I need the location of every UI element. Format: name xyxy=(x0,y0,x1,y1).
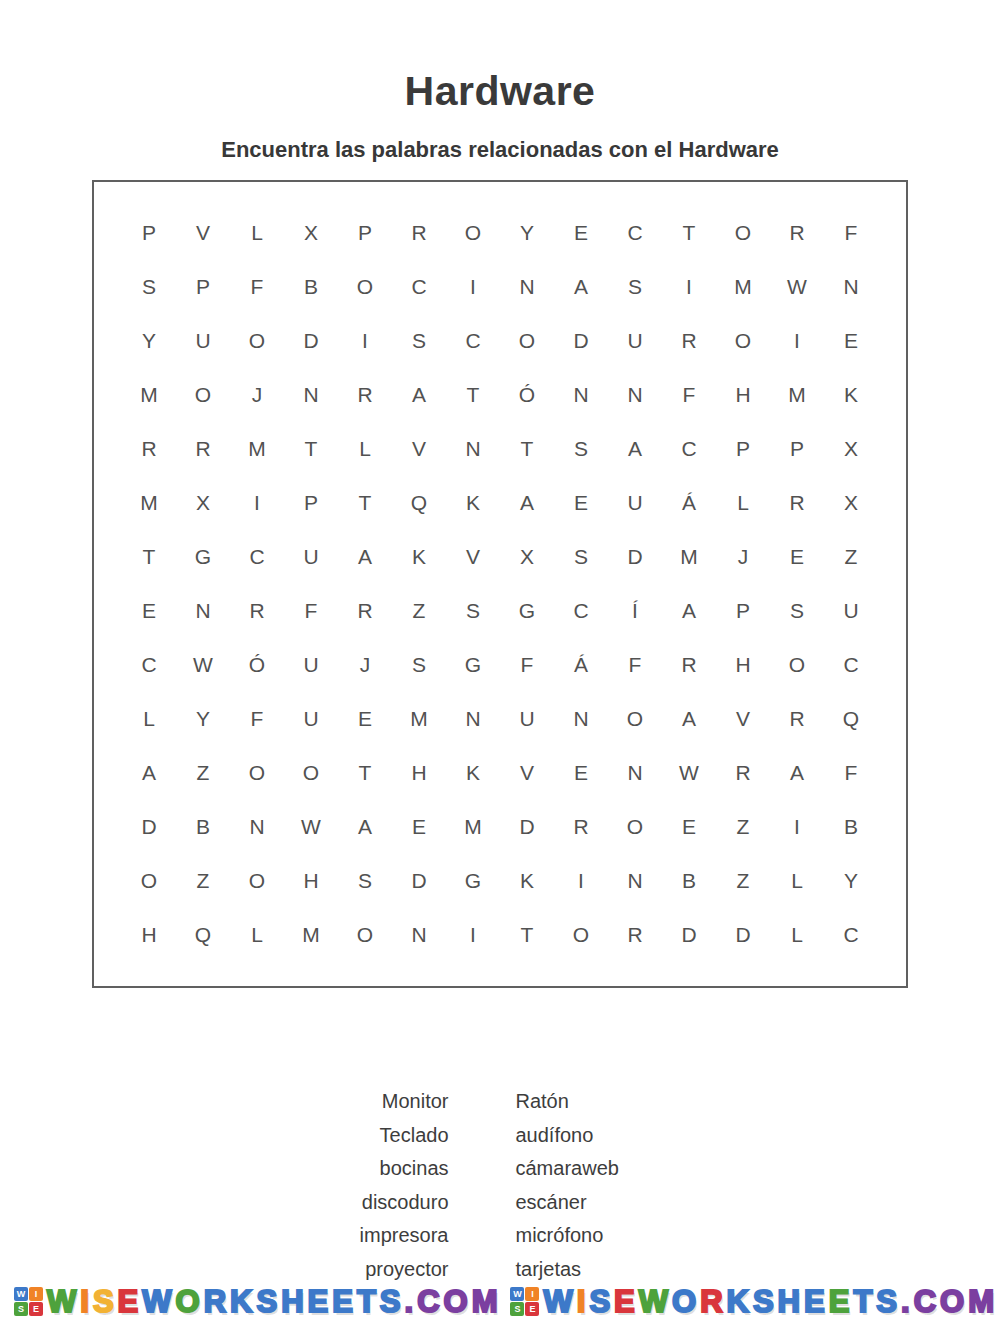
grid-cell-r6c11[interactable]: Á xyxy=(662,476,716,530)
grid-cell-r11c7[interactable]: K xyxy=(446,746,500,800)
logo-tile: W xyxy=(14,1287,28,1301)
grid-cell-r14c12[interactable]: D xyxy=(716,908,770,962)
grid-cell-r14c13[interactable]: L xyxy=(770,908,824,962)
logo-letter: O xyxy=(444,1285,472,1318)
logo-letter: R xyxy=(204,1285,230,1318)
grid-cell-r9c4[interactable]: U xyxy=(284,638,338,692)
grid-cell-r7c14[interactable]: Z xyxy=(824,530,878,584)
grid-cell-r7c9[interactable]: S xyxy=(554,530,608,584)
puzzle-subtitle: Encuentra las palabras relacionadas con … xyxy=(0,137,1000,163)
grid-cell-r6c1[interactable]: M xyxy=(122,476,176,530)
grid-cell-r10c13[interactable]: R xyxy=(770,692,824,746)
grid-cell-r3c3[interactable]: O xyxy=(230,314,284,368)
logo-letter: R xyxy=(700,1285,726,1318)
wiseworksheets-wordmark: WISEWORKSHEETS.COM xyxy=(543,1285,997,1318)
grid-cell-r8c14[interactable]: U xyxy=(824,584,878,638)
grid-cell-r5c3[interactable]: M xyxy=(230,422,284,476)
grid-cell-r4c1[interactable]: M xyxy=(122,368,176,422)
grid-cell-r9c1[interactable]: C xyxy=(122,638,176,692)
grid-cell-r8c13[interactable]: S xyxy=(770,584,824,638)
grid-cell-r2c6[interactable]: C xyxy=(392,260,446,314)
grid-cell-r6c7[interactable]: K xyxy=(446,476,500,530)
logo-letter: E xyxy=(118,1285,143,1318)
grid-cell-r9c8[interactable]: F xyxy=(500,638,554,692)
logo-letter: E xyxy=(804,1285,829,1318)
grid-cell-r14c5[interactable]: O xyxy=(338,908,392,962)
logo-letter: S xyxy=(753,1285,778,1318)
wiseworksheets-logo: WISE WISEWORKSHEETS.COM xyxy=(14,1285,501,1318)
grid-cell-r2c12[interactable]: M xyxy=(716,260,770,314)
grid-cell-r6c6[interactable]: Q xyxy=(392,476,446,530)
logo-tile: W xyxy=(510,1287,524,1301)
grid-cell-r13c4[interactable]: H xyxy=(284,854,338,908)
grid-cell-r12c2[interactable]: B xyxy=(176,800,230,854)
grid-cell-r13c12[interactable]: Z xyxy=(716,854,770,908)
watermark-bar: WISE WISEWORKSHEETS.COM WISE WISEWORKSHE… xyxy=(0,1285,1000,1318)
logo-letter: S xyxy=(93,1285,118,1318)
logo-tile: I xyxy=(29,1287,43,1301)
grid-cell-r1c11[interactable]: T xyxy=(662,206,716,260)
grid-cell-r5c4[interactable]: T xyxy=(284,422,338,476)
grid-cell-r1c13[interactable]: R xyxy=(770,206,824,260)
grid-cell-r13c5[interactable]: S xyxy=(338,854,392,908)
logo-letter: W xyxy=(543,1285,576,1318)
grid-cell-r8c10[interactable]: Í xyxy=(608,584,662,638)
grid-cell-r1c10[interactable]: C xyxy=(608,206,662,260)
word-list-item: impresora xyxy=(234,1219,449,1253)
logo-letter: W xyxy=(639,1285,672,1318)
grid-cell-r9c5[interactable]: J xyxy=(338,638,392,692)
grid-cell-r9c14[interactable]: C xyxy=(824,638,878,692)
grid-cell-r9c3[interactable]: Ó xyxy=(230,638,284,692)
grid-cell-r3c7[interactable]: C xyxy=(446,314,500,368)
grid-cell-r12c1[interactable]: D xyxy=(122,800,176,854)
grid-cell-r6c13[interactable]: R xyxy=(770,476,824,530)
grid-cell-r13c13[interactable]: L xyxy=(770,854,824,908)
grid-cell-r1c2[interactable]: V xyxy=(176,206,230,260)
logo-letter: I xyxy=(80,1285,93,1318)
grid-cell-r10c1[interactable]: L xyxy=(122,692,176,746)
logo-letter: E xyxy=(308,1285,333,1318)
logo-letter: E xyxy=(332,1285,357,1318)
grid-cell-r2c5[interactable]: O xyxy=(338,260,392,314)
grid-cell-r4c13[interactable]: M xyxy=(770,368,824,422)
logo-tile: I xyxy=(525,1287,539,1301)
wiseworksheets-logo: WISE WISEWORKSHEETS.COM xyxy=(510,1285,997,1318)
grid-cell-r6c9[interactable]: E xyxy=(554,476,608,530)
grid-cell-r2c7[interactable]: I xyxy=(446,260,500,314)
grid-cell-r10c5[interactable]: E xyxy=(338,692,392,746)
grid-cell-r14c14[interactable]: C xyxy=(824,908,878,962)
grid-cell-r13c6[interactable]: D xyxy=(392,854,446,908)
grid-cell-r12c11[interactable]: E xyxy=(662,800,716,854)
grid-cell-r3c4[interactable]: D xyxy=(284,314,338,368)
logo-tile: S xyxy=(14,1302,28,1316)
logo-letter: I xyxy=(577,1285,590,1318)
grid-cell-r11c5[interactable]: T xyxy=(338,746,392,800)
grid-cell-r13c1[interactable]: O xyxy=(122,854,176,908)
grid-cell-r11c6[interactable]: H xyxy=(392,746,446,800)
logo-letter: O xyxy=(940,1285,968,1318)
word-list-item: tarjetas xyxy=(516,1253,731,1287)
grid-cell-r5c12[interactable]: P xyxy=(716,422,770,476)
grid-cell-r2c10[interactable]: S xyxy=(608,260,662,314)
grid-cell-r14c8[interactable]: T xyxy=(500,908,554,962)
grid-cell-r13c3[interactable]: O xyxy=(230,854,284,908)
grid-cell-r1c9[interactable]: E xyxy=(554,206,608,260)
word-list: MonitorTecladobocinasdiscoduroimpresorap… xyxy=(0,1085,982,1286)
wiseworksheets-icon: WISE xyxy=(14,1287,43,1316)
logo-letter: O xyxy=(672,1285,700,1318)
grid-cell-r8c9[interactable]: C xyxy=(554,584,608,638)
grid-cell-r9c12[interactable]: H xyxy=(716,638,770,692)
grid-cell-r8c11[interactable]: A xyxy=(662,584,716,638)
logo-letter: T xyxy=(357,1285,380,1318)
grid-cell-r6c14[interactable]: X xyxy=(824,476,878,530)
grid-cell-r3c1[interactable]: Y xyxy=(122,314,176,368)
word-search-grid: PVLXPROYECTORFSPFBOCINASIMWNYUODISCODURO… xyxy=(92,180,908,988)
grid-cell-r4c4[interactable]: N xyxy=(284,368,338,422)
grid-cell-r12c10[interactable]: O xyxy=(608,800,662,854)
word-list-item: discoduro xyxy=(234,1186,449,1220)
grid-cell-r7c8[interactable]: X xyxy=(500,530,554,584)
grid-cell-r13c2[interactable]: Z xyxy=(176,854,230,908)
grid-cell-r5c11[interactable]: C xyxy=(662,422,716,476)
grid-cell-r11c12[interactable]: R xyxy=(716,746,770,800)
grid-cell-r1c1[interactable]: P xyxy=(122,206,176,260)
logo-letter: W xyxy=(142,1285,175,1318)
grid-cell-r3c13[interactable]: I xyxy=(770,314,824,368)
grid-cell-r8c1[interactable]: E xyxy=(122,584,176,638)
grid-cell-r7c5[interactable]: A xyxy=(338,530,392,584)
grid-cell-r12c7[interactable]: M xyxy=(446,800,500,854)
logo-letter: O xyxy=(176,1285,204,1318)
grid-cell-r13c9[interactable]: I xyxy=(554,854,608,908)
grid-cell-r5c9[interactable]: S xyxy=(554,422,608,476)
grid-cell-r3c2[interactable]: U xyxy=(176,314,230,368)
grid-cell-r12c3[interactable]: N xyxy=(230,800,284,854)
grid-cell-r2c11[interactable]: I xyxy=(662,260,716,314)
logo-letter: S xyxy=(876,1285,901,1318)
grid-cell-r6c4[interactable]: P xyxy=(284,476,338,530)
grid-cell-r9c2[interactable]: W xyxy=(176,638,230,692)
grid-cell-r4c6[interactable]: A xyxy=(392,368,446,422)
grid-cell-r11c14[interactable]: F xyxy=(824,746,878,800)
word-list-item: cámaraweb xyxy=(516,1152,731,1186)
grid-cell-r3c14[interactable]: E xyxy=(824,314,878,368)
grid-cell-r1c4[interactable]: X xyxy=(284,206,338,260)
grid-cell-r2c3[interactable]: F xyxy=(230,260,284,314)
grid-cell-r3c10[interactable]: U xyxy=(608,314,662,368)
logo-letter: S xyxy=(256,1285,281,1318)
grid-cell-r5c2[interactable]: R xyxy=(176,422,230,476)
grid-cell-r13c14[interactable]: Y xyxy=(824,854,878,908)
grid-cell-r2c14[interactable]: N xyxy=(824,260,878,314)
grid-cell-r7c6[interactable]: K xyxy=(392,530,446,584)
grid-cell-r7c7[interactable]: V xyxy=(446,530,500,584)
grid-cell-r11c9[interactable]: E xyxy=(554,746,608,800)
grid-cell-r10c2[interactable]: Y xyxy=(176,692,230,746)
word-list-item: Ratón xyxy=(516,1085,731,1119)
grid-cell-r12c14[interactable]: B xyxy=(824,800,878,854)
grid-cell-r10c4[interactable]: U xyxy=(284,692,338,746)
grid-cell-r8c3[interactable]: R xyxy=(230,584,284,638)
grid-cell-r10c7[interactable]: N xyxy=(446,692,500,746)
logo-letter: S xyxy=(380,1285,405,1318)
word-list-item: Monitor xyxy=(234,1085,449,1119)
grid-cell-r8c7[interactable]: S xyxy=(446,584,500,638)
grid-cell-r12c12[interactable]: Z xyxy=(716,800,770,854)
grid-cell-r13c7[interactable]: G xyxy=(446,854,500,908)
grid-cell-r7c1[interactable]: T xyxy=(122,530,176,584)
word-list-item: audífono xyxy=(516,1119,731,1153)
word-column-right: Ratónaudífonocámarawebescánermicrófonota… xyxy=(516,1085,731,1286)
grid-cell-r11c11[interactable]: W xyxy=(662,746,716,800)
logo-tile: E xyxy=(29,1302,43,1316)
grid-cell-r3c9[interactable]: D xyxy=(554,314,608,368)
grid-cell-r4c9[interactable]: N xyxy=(554,368,608,422)
grid-cell-r14c6[interactable]: N xyxy=(392,908,446,962)
grid-cell-r6c10[interactable]: U xyxy=(608,476,662,530)
grid-cell-r9c6[interactable]: S xyxy=(392,638,446,692)
grid-cell-r4c10[interactable]: N xyxy=(608,368,662,422)
grid-cell-r6c5[interactable]: T xyxy=(338,476,392,530)
grid-cell-r7c11[interactable]: M xyxy=(662,530,716,584)
grid-cell-r7c3[interactable]: C xyxy=(230,530,284,584)
grid-cell-r8c8[interactable]: G xyxy=(500,584,554,638)
grid-cell-r8c12[interactable]: P xyxy=(716,584,770,638)
grid-cell-r8c4[interactable]: F xyxy=(284,584,338,638)
grid-cell-r7c13[interactable]: E xyxy=(770,530,824,584)
grid-cell-r3c12[interactable]: O xyxy=(716,314,770,368)
grid-cell-r12c5[interactable]: A xyxy=(338,800,392,854)
grid-cell-r5c14[interactable]: X xyxy=(824,422,878,476)
grid-cell-r6c12[interactable]: L xyxy=(716,476,770,530)
grid-cell-r4c7[interactable]: T xyxy=(446,368,500,422)
logo-letter: K xyxy=(230,1285,256,1318)
grid-cell-r10c3[interactable]: F xyxy=(230,692,284,746)
grid-cell-r4c2[interactable]: O xyxy=(176,368,230,422)
word-list-item: Teclado xyxy=(234,1119,449,1153)
logo-letter: H xyxy=(281,1285,307,1318)
grid-cell-r6c3[interactable]: I xyxy=(230,476,284,530)
grid-cell-r5c10[interactable]: A xyxy=(608,422,662,476)
grid-cell-r4c5[interactable]: R xyxy=(338,368,392,422)
grid-cell-r8c6[interactable]: Z xyxy=(392,584,446,638)
logo-letter: M xyxy=(472,1285,502,1318)
grid-cell-r10c14[interactable]: Q xyxy=(824,692,878,746)
grid-cell-r12c9[interactable]: R xyxy=(554,800,608,854)
grid-cell-r11c2[interactable]: Z xyxy=(176,746,230,800)
logo-letter: E xyxy=(614,1285,639,1318)
grid-cell-r12c6[interactable]: E xyxy=(392,800,446,854)
grid-cell-r10c11[interactable]: A xyxy=(662,692,716,746)
word-list-item: proyector xyxy=(234,1253,449,1287)
grid-cell-r1c3[interactable]: L xyxy=(230,206,284,260)
grid-cell-r10c10[interactable]: O xyxy=(608,692,662,746)
grid-cell-r1c12[interactable]: O xyxy=(716,206,770,260)
grid-cell-r12c4[interactable]: W xyxy=(284,800,338,854)
grid-cell-r14c9[interactable]: O xyxy=(554,908,608,962)
grid-cell-r14c7[interactable]: I xyxy=(446,908,500,962)
logo-letter: C xyxy=(417,1285,443,1318)
grid-cell-r14c2[interactable]: Q xyxy=(176,908,230,962)
grid-cell-r5c5[interactable]: L xyxy=(338,422,392,476)
logo-letter: H xyxy=(778,1285,804,1318)
grid-cell-r5c1[interactable]: R xyxy=(122,422,176,476)
grid-cell-r7c4[interactable]: U xyxy=(284,530,338,584)
grid-cell-r2c1[interactable]: S xyxy=(122,260,176,314)
wiseworksheets-icon: WISE xyxy=(510,1287,539,1316)
grid-cell-r1c6[interactable]: R xyxy=(392,206,446,260)
grid-cell-r4c8[interactable]: Ó xyxy=(500,368,554,422)
grid-cell-r3c11[interactable]: R xyxy=(662,314,716,368)
wiseworksheets-wordmark: WISEWORKSHEETS.COM xyxy=(47,1285,501,1318)
grid-cell-r9c13[interactable]: O xyxy=(770,638,824,692)
grid-cell-r8c5[interactable]: R xyxy=(338,584,392,638)
grid-cell-r10c8[interactable]: U xyxy=(500,692,554,746)
grid-cell-r8c2[interactable]: N xyxy=(176,584,230,638)
grid-cell-r6c2[interactable]: X xyxy=(176,476,230,530)
word-list-item: bocinas xyxy=(234,1152,449,1186)
grid-cell-r2c8[interactable]: N xyxy=(500,260,554,314)
grid-cell-r10c12[interactable]: V xyxy=(716,692,770,746)
grid-cell-r9c7[interactable]: G xyxy=(446,638,500,692)
grid-cell-r14c10[interactable]: R xyxy=(608,908,662,962)
logo-tile: S xyxy=(510,1302,524,1316)
grid-cell-r14c11[interactable]: D xyxy=(662,908,716,962)
grid-cell-r13c8[interactable]: K xyxy=(500,854,554,908)
grid-cell-r11c3[interactable]: O xyxy=(230,746,284,800)
grid-cell-r9c11[interactable]: R xyxy=(662,638,716,692)
grid-cell-r2c2[interactable]: P xyxy=(176,260,230,314)
grid-cell-r3c5[interactable]: I xyxy=(338,314,392,368)
grid-cell-r12c8[interactable]: D xyxy=(500,800,554,854)
grid-cell-r13c11[interactable]: B xyxy=(662,854,716,908)
grid-cell-r3c6[interactable]: S xyxy=(392,314,446,368)
grid-cell-r7c12[interactable]: J xyxy=(716,530,770,584)
grid-cell-r7c2[interactable]: G xyxy=(176,530,230,584)
grid-cell-r4c11[interactable]: F xyxy=(662,368,716,422)
logo-letter: W xyxy=(47,1285,80,1318)
logo-letter: E xyxy=(829,1285,854,1318)
grid-cell-r11c8[interactable]: V xyxy=(500,746,554,800)
grid-cell-r5c7[interactable]: N xyxy=(446,422,500,476)
logo-letter: K xyxy=(727,1285,753,1318)
logo-letter: . xyxy=(405,1285,418,1318)
logo-letter: S xyxy=(589,1285,614,1318)
grid-cell-r1c5[interactable]: P xyxy=(338,206,392,260)
grid-cell-r12c13[interactable]: I xyxy=(770,800,824,854)
logo-tile: E xyxy=(525,1302,539,1316)
logo-letter: . xyxy=(901,1285,914,1318)
grid-cell-r10c9[interactable]: N xyxy=(554,692,608,746)
grid-cell-r1c8[interactable]: Y xyxy=(500,206,554,260)
grid-cell-r11c4[interactable]: O xyxy=(284,746,338,800)
grid-cell-r11c10[interactable]: N xyxy=(608,746,662,800)
grid-cell-r2c4[interactable]: B xyxy=(284,260,338,314)
grid-cell-r11c13[interactable]: A xyxy=(770,746,824,800)
grid-cell-r13c10[interactable]: N xyxy=(608,854,662,908)
grid-cell-r5c8[interactable]: T xyxy=(500,422,554,476)
grid-cell-r10c6[interactable]: M xyxy=(392,692,446,746)
logo-letter: T xyxy=(853,1285,876,1318)
grid-cell-r7c10[interactable]: D xyxy=(608,530,662,584)
word-column-left: MonitorTecladobocinasdiscoduroimpresorap… xyxy=(234,1085,449,1286)
grid-cell-r14c4[interactable]: M xyxy=(284,908,338,962)
grid-cell-r2c9[interactable]: A xyxy=(554,260,608,314)
grid-cell-r1c14[interactable]: F xyxy=(824,206,878,260)
grid-cell-r14c1[interactable]: H xyxy=(122,908,176,962)
grid-cell-r3c8[interactable]: O xyxy=(500,314,554,368)
grid-cell-r2c13[interactable]: W xyxy=(770,260,824,314)
grid-cell-r9c9[interactable]: Á xyxy=(554,638,608,692)
grid-cell-r9c10[interactable]: F xyxy=(608,638,662,692)
word-list-item: escáner xyxy=(516,1186,731,1220)
grid-cell-r4c12[interactable]: H xyxy=(716,368,770,422)
word-list-item: micrófono xyxy=(516,1219,731,1253)
grid-cell-r4c3[interactable]: J xyxy=(230,368,284,422)
grid-cell-r14c3[interactable]: L xyxy=(230,908,284,962)
grid-cell-r5c13[interactable]: P xyxy=(770,422,824,476)
grid-cell-r5c6[interactable]: V xyxy=(392,422,446,476)
logo-letter: M xyxy=(968,1285,998,1318)
grid-cell-r1c7[interactable]: O xyxy=(446,206,500,260)
logo-letter: C xyxy=(914,1285,940,1318)
grid-cell-r4c14[interactable]: K xyxy=(824,368,878,422)
puzzle-title: Hardware xyxy=(0,0,1000,113)
grid-cell-r11c1[interactable]: A xyxy=(122,746,176,800)
grid-cell-r6c8[interactable]: A xyxy=(500,476,554,530)
